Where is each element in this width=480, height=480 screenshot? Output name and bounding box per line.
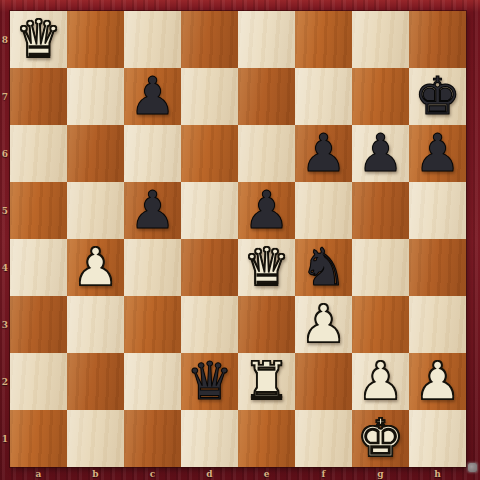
- square-d5[interactable]: [181, 182, 238, 239]
- piece-black-pawn-f6: ♟: [300, 125, 347, 182]
- square-b4[interactable]: ♟: [67, 239, 124, 296]
- piece-black-king-h7: ♚: [414, 68, 461, 125]
- file-label-c: c: [124, 467, 181, 480]
- square-e5[interactable]: ♟: [238, 182, 295, 239]
- square-e2[interactable]: ♜: [238, 353, 295, 410]
- file-labels: abcdefgh: [10, 467, 466, 480]
- square-h6[interactable]: ♟: [409, 125, 466, 182]
- square-a3[interactable]: [10, 296, 67, 353]
- rank-label-3: 3: [0, 296, 10, 353]
- square-b6[interactable]: [67, 125, 124, 182]
- rank-label-5: 5: [0, 182, 10, 239]
- square-c3[interactable]: [124, 296, 181, 353]
- rank-label-1: 1: [0, 410, 10, 467]
- piece-white-pawn-f3: ♟: [300, 296, 347, 353]
- piece-white-rook-e2: ♜: [243, 353, 290, 410]
- square-d2[interactable]: ♛: [181, 353, 238, 410]
- square-g4[interactable]: [352, 239, 409, 296]
- piece-white-pawn-g2: ♟: [357, 353, 404, 410]
- piece-black-knight-f4: ♞: [300, 239, 347, 296]
- square-a8[interactable]: ♛: [10, 11, 67, 68]
- piece-black-pawn-c5: ♟: [129, 182, 176, 239]
- square-b7[interactable]: [67, 68, 124, 125]
- square-e6[interactable]: [238, 125, 295, 182]
- file-label-f: f: [295, 467, 352, 480]
- square-g8[interactable]: [352, 11, 409, 68]
- square-c6[interactable]: [124, 125, 181, 182]
- square-b3[interactable]: [67, 296, 124, 353]
- square-a6[interactable]: [10, 125, 67, 182]
- square-e1[interactable]: [238, 410, 295, 467]
- square-b5[interactable]: [67, 182, 124, 239]
- square-a1[interactable]: [10, 410, 67, 467]
- square-h3[interactable]: [409, 296, 466, 353]
- piece-black-pawn-g6: ♟: [357, 125, 404, 182]
- square-f4[interactable]: ♞: [295, 239, 352, 296]
- rank-label-8: 8: [0, 11, 10, 68]
- square-h4[interactable]: [409, 239, 466, 296]
- square-c8[interactable]: [124, 11, 181, 68]
- square-f6[interactable]: ♟: [295, 125, 352, 182]
- square-d4[interactable]: [181, 239, 238, 296]
- piece-white-pawn-b4: ♟: [72, 239, 119, 296]
- rank-label-4: 4: [0, 239, 10, 296]
- square-h5[interactable]: [409, 182, 466, 239]
- square-d8[interactable]: [181, 11, 238, 68]
- square-a2[interactable]: [10, 353, 67, 410]
- square-f5[interactable]: [295, 182, 352, 239]
- chess-board: ♛♟♚♟♟♟♟♟♟♛♞♟♛♜♟♟♚: [10, 11, 466, 467]
- piece-black-queen-d2: ♛: [186, 353, 233, 410]
- square-h2[interactable]: ♟: [409, 353, 466, 410]
- piece-white-queen-a8: ♛: [15, 11, 62, 68]
- square-b2[interactable]: [67, 353, 124, 410]
- square-a4[interactable]: [10, 239, 67, 296]
- square-d3[interactable]: [181, 296, 238, 353]
- square-e4[interactable]: ♛: [238, 239, 295, 296]
- corner-dot: [468, 463, 477, 472]
- square-g5[interactable]: [352, 182, 409, 239]
- square-e3[interactable]: [238, 296, 295, 353]
- square-f8[interactable]: [295, 11, 352, 68]
- rank-label-2: 2: [0, 353, 10, 410]
- file-label-a: a: [10, 467, 67, 480]
- piece-black-pawn-c7: ♟: [129, 68, 176, 125]
- square-c2[interactable]: [124, 353, 181, 410]
- rank-labels: 87654321: [0, 11, 10, 467]
- square-f3[interactable]: ♟: [295, 296, 352, 353]
- square-g2[interactable]: ♟: [352, 353, 409, 410]
- square-d6[interactable]: [181, 125, 238, 182]
- piece-white-king-g1: ♚: [357, 410, 404, 467]
- file-label-d: d: [181, 467, 238, 480]
- square-g6[interactable]: ♟: [352, 125, 409, 182]
- piece-white-pawn-h2: ♟: [414, 353, 461, 410]
- square-c1[interactable]: [124, 410, 181, 467]
- square-b1[interactable]: [67, 410, 124, 467]
- square-h8[interactable]: [409, 11, 466, 68]
- file-label-e: e: [238, 467, 295, 480]
- square-g3[interactable]: [352, 296, 409, 353]
- file-label-h: h: [409, 467, 466, 480]
- square-e8[interactable]: [238, 11, 295, 68]
- square-a5[interactable]: [10, 182, 67, 239]
- square-c4[interactable]: [124, 239, 181, 296]
- rank-label-7: 7: [0, 68, 10, 125]
- square-d1[interactable]: [181, 410, 238, 467]
- piece-black-pawn-h6: ♟: [414, 125, 461, 182]
- square-f1[interactable]: [295, 410, 352, 467]
- square-b8[interactable]: [67, 11, 124, 68]
- square-a7[interactable]: [10, 68, 67, 125]
- rank-label-6: 6: [0, 125, 10, 182]
- square-g1[interactable]: ♚: [352, 410, 409, 467]
- square-c7[interactable]: ♟: [124, 68, 181, 125]
- piece-white-queen-e4: ♛: [243, 239, 290, 296]
- square-h1[interactable]: [409, 410, 466, 467]
- square-d7[interactable]: [181, 68, 238, 125]
- square-e7[interactable]: [238, 68, 295, 125]
- square-f7[interactable]: [295, 68, 352, 125]
- board-frame: ♛♟♚♟♟♟♟♟♟♛♞♟♛♜♟♟♚ 87654321 abcdefgh: [0, 0, 480, 480]
- square-g7[interactable]: [352, 68, 409, 125]
- piece-black-pawn-e5: ♟: [243, 182, 290, 239]
- file-label-g: g: [352, 467, 409, 480]
- square-f2[interactable]: [295, 353, 352, 410]
- square-c5[interactable]: ♟: [124, 182, 181, 239]
- square-h7[interactable]: ♚: [409, 68, 466, 125]
- file-label-b: b: [67, 467, 124, 480]
